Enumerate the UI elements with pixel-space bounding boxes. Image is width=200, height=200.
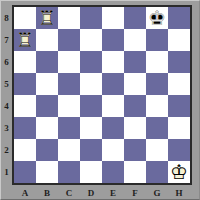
square-d8[interactable] xyxy=(80,7,102,29)
chess-board-panel: 8 7 6 5 4 3 2 1 ♜♖♚♔♜♖♚♔ A B C D E F G H xyxy=(0,0,200,200)
square-a7[interactable]: ♜♖ xyxy=(14,29,36,51)
square-a5[interactable] xyxy=(14,73,36,95)
square-f6[interactable] xyxy=(124,51,146,73)
file-label-h: H xyxy=(168,186,190,199)
black-king-icon[interactable]: ♚♔ xyxy=(146,7,168,29)
square-g7[interactable] xyxy=(146,29,168,51)
square-g4[interactable] xyxy=(146,95,168,117)
square-d5[interactable] xyxy=(80,73,102,95)
square-a8[interactable] xyxy=(14,7,36,29)
rank-label-1: 1 xyxy=(1,161,12,183)
file-label-f: F xyxy=(124,186,146,199)
square-b3[interactable] xyxy=(36,117,58,139)
square-b7[interactable] xyxy=(36,29,58,51)
square-e4[interactable] xyxy=(102,95,124,117)
square-g1[interactable] xyxy=(146,161,168,183)
square-f7[interactable] xyxy=(124,29,146,51)
square-b6[interactable] xyxy=(36,51,58,73)
square-c6[interactable] xyxy=(58,51,80,73)
square-e2[interactable] xyxy=(102,139,124,161)
square-c3[interactable] xyxy=(58,117,80,139)
square-c4[interactable] xyxy=(58,95,80,117)
white-rook-icon[interactable]: ♜♖ xyxy=(14,29,36,51)
square-d2[interactable] xyxy=(80,139,102,161)
square-d6[interactable] xyxy=(80,51,102,73)
square-e6[interactable] xyxy=(102,51,124,73)
square-g6[interactable] xyxy=(146,51,168,73)
square-e1[interactable] xyxy=(102,161,124,183)
square-d1[interactable] xyxy=(80,161,102,183)
square-h4[interactable] xyxy=(168,95,190,117)
white-rook-icon[interactable]: ♜♖ xyxy=(36,7,58,29)
file-label-b: B xyxy=(36,186,58,199)
square-e8[interactable] xyxy=(102,7,124,29)
square-b4[interactable] xyxy=(36,95,58,117)
square-b2[interactable] xyxy=(36,139,58,161)
file-label-g: G xyxy=(146,186,168,199)
rank-label-7: 7 xyxy=(1,29,12,51)
square-a4[interactable] xyxy=(14,95,36,117)
square-e7[interactable] xyxy=(102,29,124,51)
square-f3[interactable] xyxy=(124,117,146,139)
board-frame: ♜♖♚♔♜♖♚♔ xyxy=(12,5,192,185)
rank-label-2: 2 xyxy=(1,139,12,161)
square-c2[interactable] xyxy=(58,139,80,161)
rank-label-6: 6 xyxy=(1,51,12,73)
square-h8[interactable] xyxy=(168,7,190,29)
square-h2[interactable] xyxy=(168,139,190,161)
rank-label-3: 3 xyxy=(1,117,12,139)
square-b5[interactable] xyxy=(36,73,58,95)
file-label-c: C xyxy=(58,186,80,199)
square-d3[interactable] xyxy=(80,117,102,139)
square-e5[interactable] xyxy=(102,73,124,95)
file-label-e: E xyxy=(102,186,124,199)
square-c1[interactable] xyxy=(58,161,80,183)
square-a3[interactable] xyxy=(14,117,36,139)
square-d7[interactable] xyxy=(80,29,102,51)
file-label-a: A xyxy=(14,186,36,199)
square-c5[interactable] xyxy=(58,73,80,95)
square-h5[interactable] xyxy=(168,73,190,95)
rank-label-8: 8 xyxy=(1,7,12,29)
square-a1[interactable] xyxy=(14,161,36,183)
square-f2[interactable] xyxy=(124,139,146,161)
file-labels: A B C D E F G H xyxy=(14,186,190,199)
square-h7[interactable] xyxy=(168,29,190,51)
square-f1[interactable] xyxy=(124,161,146,183)
square-c8[interactable] xyxy=(58,7,80,29)
square-g5[interactable] xyxy=(146,73,168,95)
file-label-d: D xyxy=(80,186,102,199)
square-d4[interactable] xyxy=(80,95,102,117)
square-e3[interactable] xyxy=(102,117,124,139)
rank-labels: 8 7 6 5 4 3 2 1 xyxy=(1,7,12,183)
square-g8[interactable]: ♚♔ xyxy=(146,7,168,29)
square-f4[interactable] xyxy=(124,95,146,117)
rank-label-4: 4 xyxy=(1,95,12,117)
white-king-icon[interactable]: ♚♔ xyxy=(168,161,190,183)
square-b8[interactable]: ♜♖ xyxy=(36,7,58,29)
rank-label-5: 5 xyxy=(1,73,12,95)
square-b1[interactable] xyxy=(36,161,58,183)
square-a6[interactable] xyxy=(14,51,36,73)
square-c7[interactable] xyxy=(58,29,80,51)
square-f5[interactable] xyxy=(124,73,146,95)
square-h1[interactable]: ♚♔ xyxy=(168,161,190,183)
square-a2[interactable] xyxy=(14,139,36,161)
square-h6[interactable] xyxy=(168,51,190,73)
square-g3[interactable] xyxy=(146,117,168,139)
square-g2[interactable] xyxy=(146,139,168,161)
square-f8[interactable] xyxy=(124,7,146,29)
square-h3[interactable] xyxy=(168,117,190,139)
chess-board[interactable]: ♜♖♚♔♜♖♚♔ xyxy=(14,7,190,183)
